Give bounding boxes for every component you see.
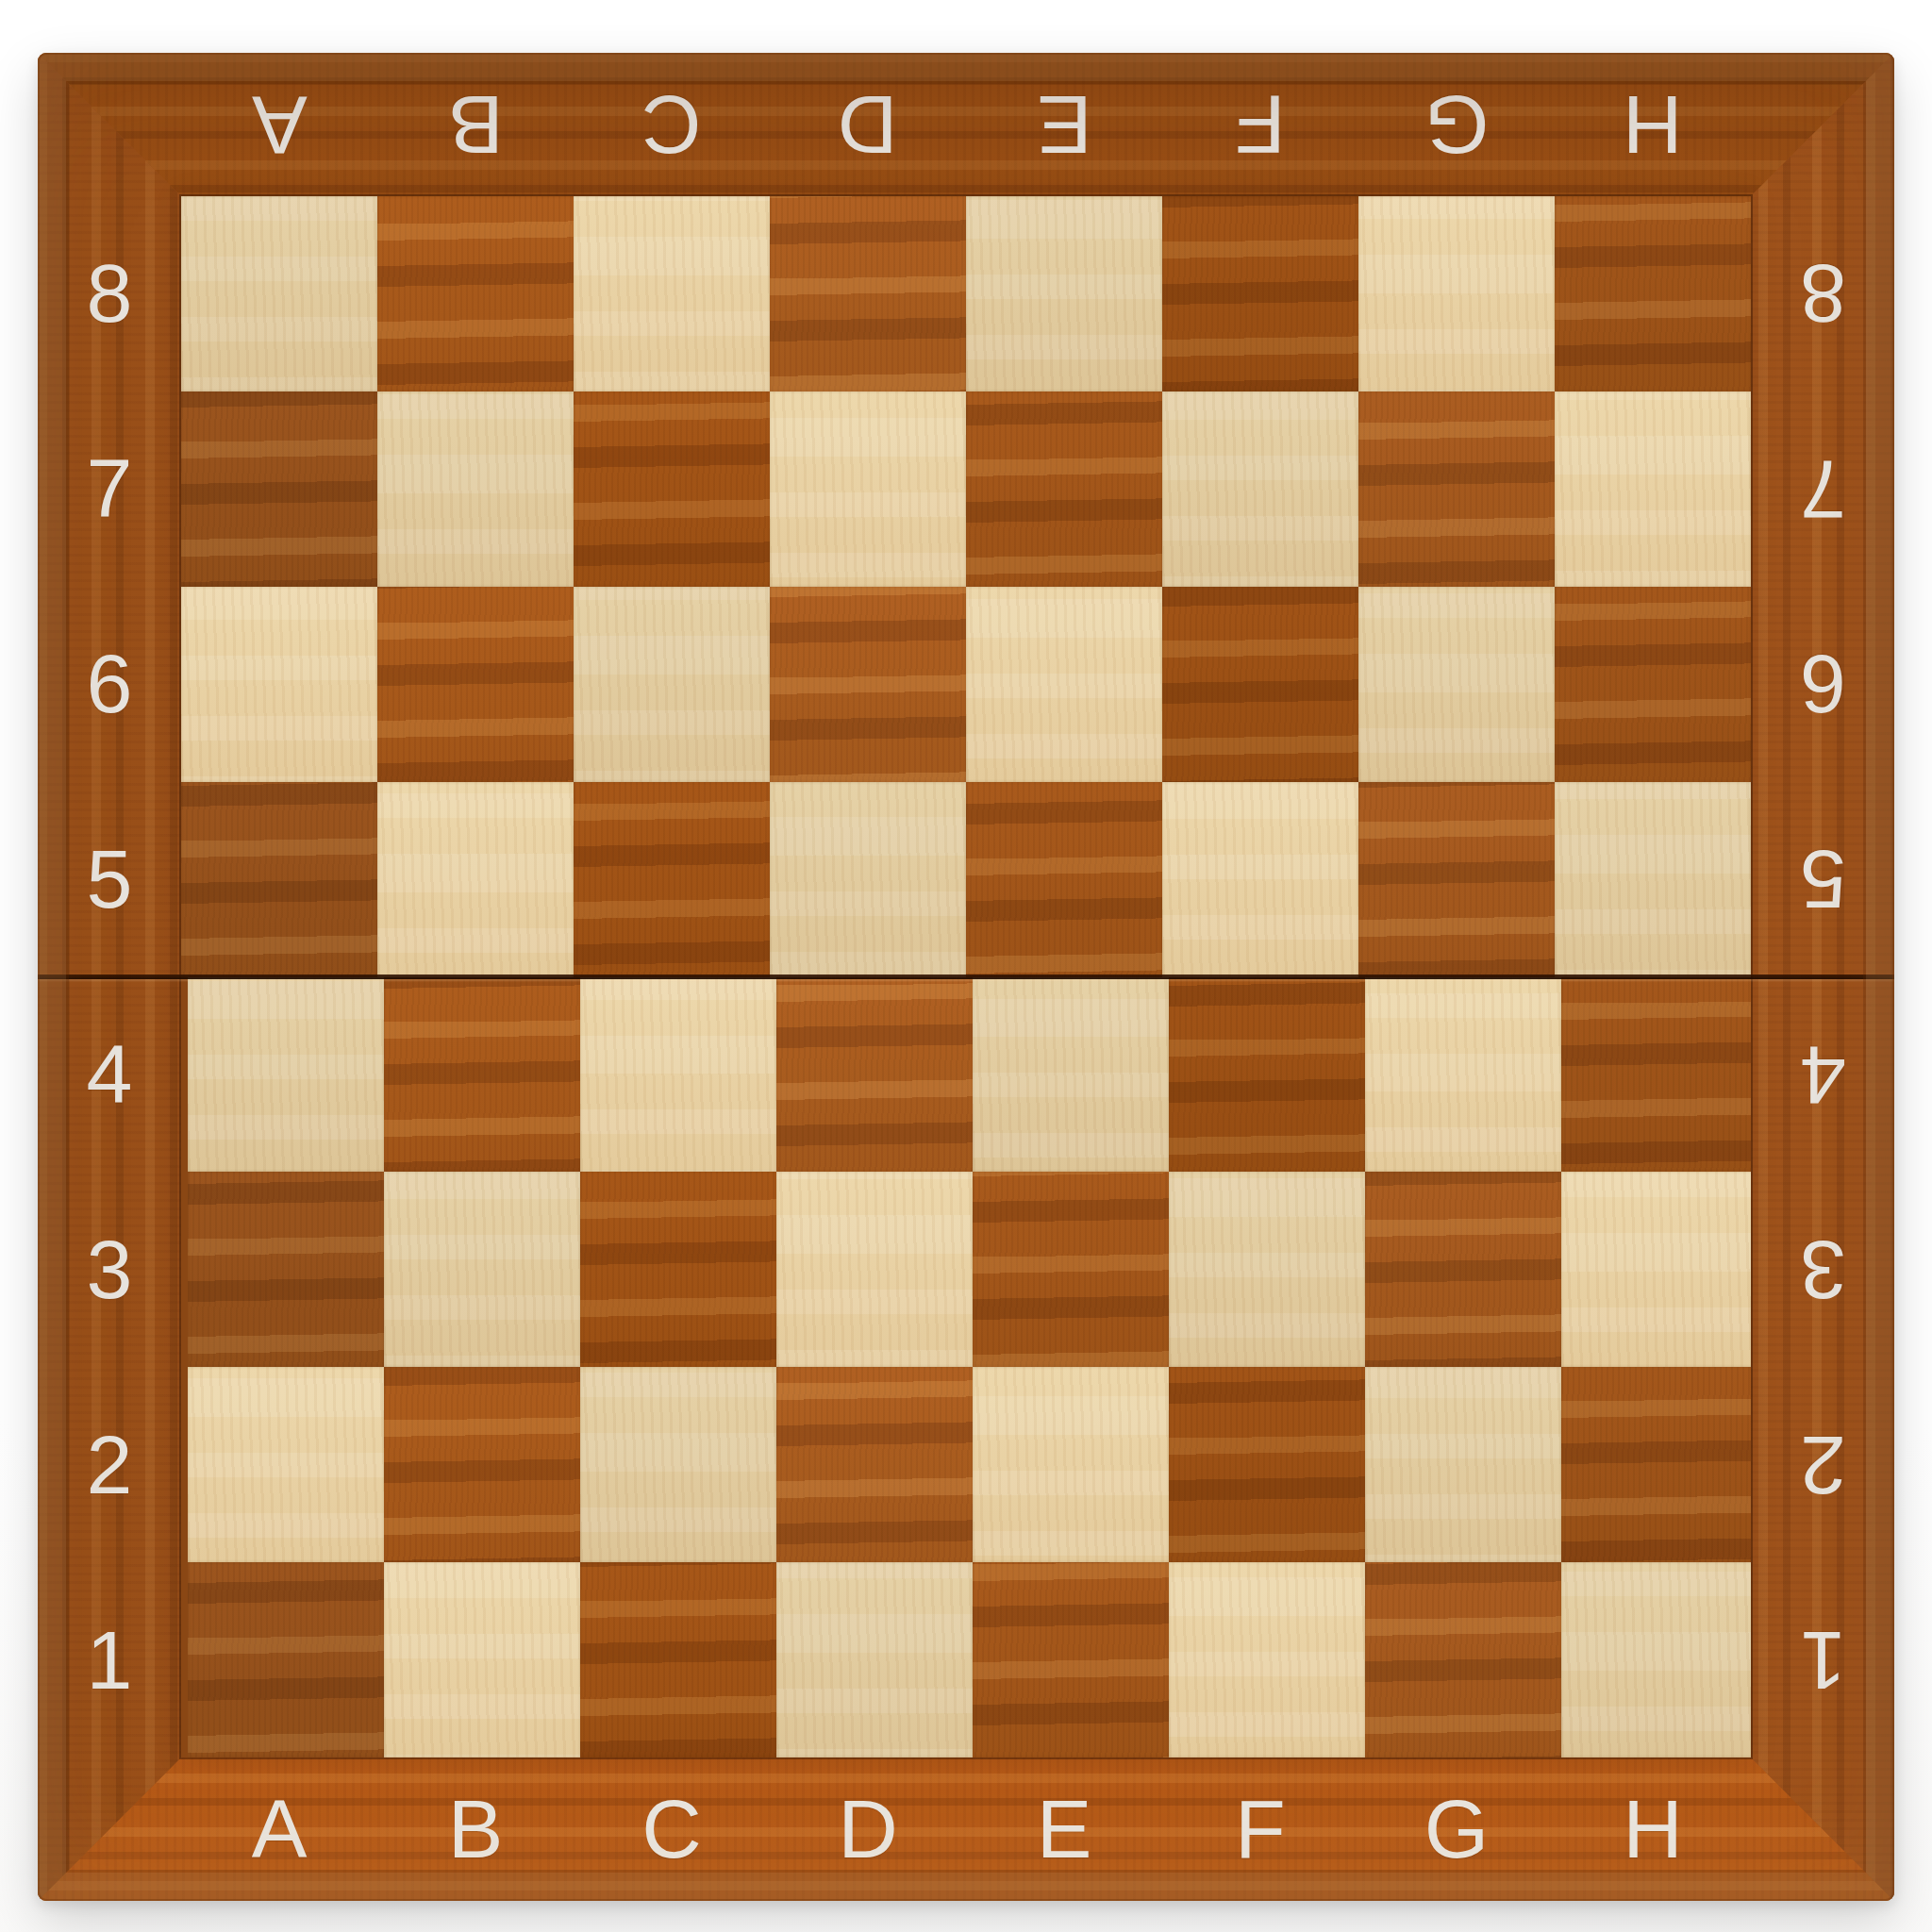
square-h7[interactable] — [1555, 391, 1751, 587]
square-d3[interactable] — [776, 1172, 973, 1367]
square-b8[interactable] — [377, 196, 574, 391]
rank-label-right-4: 4 — [1800, 1026, 1846, 1123]
square-f4[interactable] — [1169, 977, 1365, 1173]
square-a7[interactable] — [181, 391, 377, 587]
chess-board: ABCDEFGH ABCDEFGH 87654321 87654321 — [38, 53, 1894, 1901]
fold-seam — [38, 974, 1894, 979]
square-c6[interactable] — [574, 587, 770, 782]
square-e4[interactable] — [973, 977, 1169, 1173]
square-h1[interactable] — [1561, 1562, 1751, 1757]
square-c3[interactable] — [580, 1172, 776, 1367]
square-h2[interactable] — [1561, 1367, 1751, 1562]
square-b5[interactable] — [377, 782, 574, 977]
photo-background: ABCDEFGH ABCDEFGH 87654321 87654321 — [0, 0, 1932, 1932]
rank-label-left-2: 2 — [87, 1417, 133, 1513]
square-e5[interactable] — [966, 782, 1162, 977]
file-label-bottom-e: E — [1037, 1781, 1092, 1877]
square-c1[interactable] — [580, 1562, 776, 1757]
square-g6[interactable] — [1358, 587, 1555, 782]
rank-label-right-1: 1 — [1800, 1612, 1846, 1708]
square-g8[interactable] — [1358, 196, 1555, 391]
rank-label-left-6: 6 — [87, 636, 133, 732]
file-label-top-b: B — [448, 76, 504, 173]
square-c8[interactable] — [574, 196, 770, 391]
file-label-top-g: G — [1424, 76, 1489, 173]
square-f7[interactable] — [1162, 391, 1358, 587]
rank-label-left-7: 7 — [87, 441, 133, 537]
square-a6[interactable] — [181, 587, 377, 782]
file-label-top-f: F — [1235, 76, 1286, 173]
square-h3[interactable] — [1561, 1172, 1751, 1367]
board-half-bottom — [188, 977, 1751, 1758]
square-f3[interactable] — [1169, 1172, 1365, 1367]
square-d2[interactable] — [776, 1367, 973, 1562]
square-g3[interactable] — [1365, 1172, 1561, 1367]
file-label-top-a: A — [252, 76, 308, 173]
square-f8[interactable] — [1162, 196, 1358, 391]
square-e1[interactable] — [973, 1562, 1169, 1757]
square-f1[interactable] — [1169, 1562, 1365, 1757]
file-label-bottom-b: B — [448, 1781, 504, 1877]
rank-label-right-8: 8 — [1800, 245, 1846, 341]
square-c2[interactable] — [580, 1367, 776, 1562]
square-d7[interactable] — [770, 391, 966, 587]
square-a8[interactable] — [181, 196, 377, 391]
square-g4[interactable] — [1365, 977, 1561, 1173]
rank-label-left-3: 3 — [87, 1222, 133, 1318]
rank-label-right-3: 3 — [1800, 1222, 1846, 1318]
square-a2[interactable] — [188, 1367, 384, 1562]
square-d4[interactable] — [776, 977, 973, 1173]
square-e7[interactable] — [966, 391, 1162, 587]
square-c4[interactable] — [580, 977, 776, 1173]
square-g1[interactable] — [1365, 1562, 1561, 1757]
square-b1[interactable] — [384, 1562, 580, 1757]
file-label-bottom-d: D — [838, 1781, 898, 1877]
file-label-bottom-f: F — [1235, 1781, 1286, 1877]
rank-label-right-7: 7 — [1800, 441, 1846, 537]
rank-label-right-2: 2 — [1800, 1417, 1846, 1513]
rank-label-left-4: 4 — [87, 1026, 133, 1123]
rank-label-left-5: 5 — [87, 831, 133, 927]
file-label-top-h: H — [1623, 76, 1683, 173]
square-h6[interactable] — [1555, 587, 1751, 782]
square-d5[interactable] — [770, 782, 966, 977]
square-g5[interactable] — [1358, 782, 1555, 977]
rank-label-left-8: 8 — [87, 245, 133, 341]
square-a1[interactable] — [188, 1562, 384, 1757]
square-c7[interactable] — [574, 391, 770, 587]
square-h5[interactable] — [1555, 782, 1751, 977]
square-e6[interactable] — [966, 587, 1162, 782]
file-labels-bottom: ABCDEFGH — [181, 1757, 1751, 1901]
square-g2[interactable] — [1365, 1367, 1561, 1562]
square-c5[interactable] — [574, 782, 770, 977]
square-a5[interactable] — [181, 782, 377, 977]
square-b7[interactable] — [377, 391, 574, 587]
square-d6[interactable] — [770, 587, 966, 782]
board-half-top — [181, 196, 1751, 977]
file-label-bottom-a: A — [252, 1781, 308, 1877]
file-labels-top: ABCDEFGH — [181, 53, 1751, 196]
square-e3[interactable] — [973, 1172, 1169, 1367]
square-f6[interactable] — [1162, 587, 1358, 782]
square-b6[interactable] — [377, 587, 574, 782]
file-label-top-e: E — [1037, 76, 1092, 173]
square-b4[interactable] — [384, 977, 580, 1173]
rank-label-right-6: 6 — [1800, 636, 1846, 732]
file-label-bottom-g: G — [1424, 1781, 1489, 1877]
rank-label-right-5: 5 — [1800, 831, 1846, 927]
square-a3[interactable] — [188, 1172, 384, 1367]
square-a4[interactable] — [188, 977, 384, 1173]
square-h4[interactable] — [1561, 977, 1751, 1173]
square-b2[interactable] — [384, 1367, 580, 1562]
square-f5[interactable] — [1162, 782, 1358, 977]
square-h8[interactable] — [1555, 196, 1751, 391]
square-e8[interactable] — [966, 196, 1162, 391]
square-b3[interactable] — [384, 1172, 580, 1367]
square-d8[interactable] — [770, 196, 966, 391]
square-g7[interactable] — [1358, 391, 1555, 587]
file-label-top-d: D — [838, 76, 898, 173]
square-e2[interactable] — [973, 1367, 1169, 1562]
file-label-bottom-c: C — [641, 1781, 702, 1877]
square-f2[interactable] — [1169, 1367, 1365, 1562]
square-d1[interactable] — [776, 1562, 973, 1757]
file-label-bottom-h: H — [1623, 1781, 1683, 1877]
rank-label-left-1: 1 — [87, 1612, 133, 1708]
file-label-top-c: C — [641, 76, 702, 173]
